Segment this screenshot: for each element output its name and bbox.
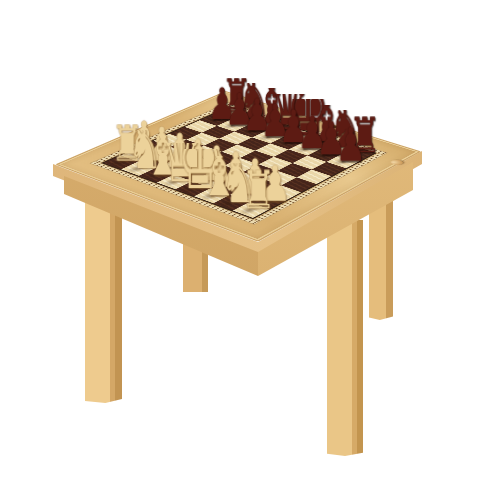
white-rook-glyph: ♜	[241, 171, 276, 213]
black-pawn-glyph: ♟	[335, 127, 366, 164]
piece-white-rook-h1[interactable]: ♜	[239, 169, 278, 212]
chess-table-photo: ♜♞♝♛♚♝♞♜♟♟♟♟♟♟♟♟♟♟♟♟♟♟♟♟♜♞♝♛♚♝♞♜	[0, 0, 480, 480]
piece-black-pawn-h7[interactable]: ♟	[333, 123, 369, 163]
table-scene: ♜♞♝♛♚♝♞♜♟♟♟♟♟♟♟♟♟♟♟♟♟♟♟♟♜♞♝♛♚♝♞♜	[0, 0, 480, 480]
piece-layer: ♜♞♝♛♚♝♞♜♟♟♟♟♟♟♟♟♟♟♟♟♟♟♟♟♜♞♝♛♚♝♞♜	[55, 91, 421, 242]
tabletop-surface: ♜♞♝♛♚♝♞♜♟♟♟♟♟♟♟♟♟♟♟♟♟♟♟♟♜♞♝♛♚♝♞♜	[55, 91, 421, 242]
